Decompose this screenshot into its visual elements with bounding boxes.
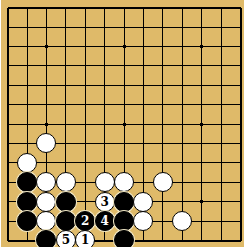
stone-white (114, 172, 134, 192)
stone-white-move-1: 1 (75, 230, 95, 247)
stone-white (133, 211, 153, 231)
stone-black (114, 192, 134, 212)
stone-white (133, 192, 153, 212)
image-edge-frame-left (0, 0, 1, 247)
move-number-label: 2 (81, 215, 89, 227)
move-number-label: 5 (62, 234, 70, 246)
move-number-label: 3 (100, 196, 108, 208)
move-number-label: 4 (100, 215, 108, 227)
stone-black (56, 192, 76, 212)
stone-white (36, 211, 56, 231)
stone-white (56, 172, 76, 192)
stone-white-move-3: 3 (95, 192, 115, 212)
stone-black (36, 230, 56, 247)
stone-black (17, 192, 37, 212)
stone-white (36, 192, 56, 212)
stone-white (153, 172, 173, 192)
stone-white-move-5: 5 (56, 230, 76, 247)
move-number-label: 1 (81, 234, 89, 246)
stone-black (17, 211, 37, 231)
stone-white (95, 172, 115, 192)
go-board-diagram: 32451 (0, 0, 247, 247)
stone-black-move-2: 2 (75, 211, 95, 231)
stone-white (36, 133, 56, 153)
stone-black (114, 211, 134, 231)
stone-white (36, 172, 56, 192)
stone-white (17, 153, 37, 173)
stones-layer: 32451 (0, 0, 247, 247)
stone-white (172, 211, 192, 231)
stone-black (56, 211, 76, 231)
image-edge-frame-right (244, 0, 247, 247)
stone-black-move-4: 4 (95, 211, 115, 231)
stone-black (17, 172, 37, 192)
stone-black (114, 230, 134, 247)
